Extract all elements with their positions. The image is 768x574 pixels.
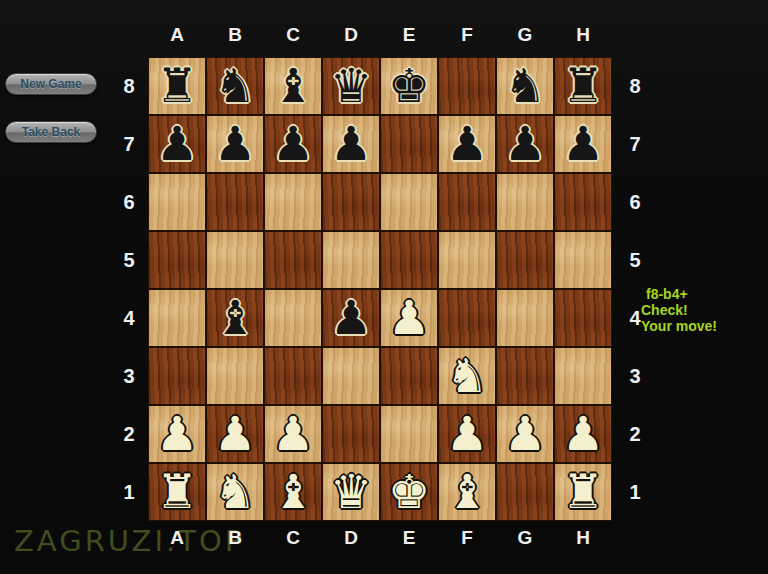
- white-rook-a1[interactable]: ♜: [149, 464, 205, 520]
- square-a4[interactable]: [149, 290, 205, 346]
- coord-label-6: 6: [622, 191, 648, 214]
- coord-label-B: B: [206, 527, 264, 549]
- white-bishop-f1[interactable]: ♝: [439, 464, 495, 520]
- coord-label-C: C: [264, 527, 322, 549]
- black-pawn-f7[interactable]: ♟: [439, 116, 495, 172]
- coord-label-8: 8: [116, 75, 142, 98]
- square-a8[interactable]: ♜: [149, 58, 205, 114]
- coord-label-H: H: [554, 527, 612, 549]
- square-f8[interactable]: [439, 58, 495, 114]
- square-d6[interactable]: [323, 174, 379, 230]
- square-g5[interactable]: [497, 232, 553, 288]
- check-text: Check!: [641, 302, 717, 318]
- white-rook-h1[interactable]: ♜: [555, 464, 611, 520]
- square-c1[interactable]: ♝: [265, 464, 321, 520]
- black-pawn-a7[interactable]: ♟: [149, 116, 205, 172]
- square-e2[interactable]: [381, 406, 437, 462]
- coord-label-7: 7: [116, 133, 142, 156]
- square-a5[interactable]: [149, 232, 205, 288]
- new-game-button[interactable]: New Game: [5, 73, 97, 95]
- white-pawn-f2[interactable]: ♟: [439, 406, 495, 462]
- square-d4[interactable]: ♟: [323, 290, 379, 346]
- black-queen-d8[interactable]: ♛: [323, 58, 379, 114]
- take-back-button[interactable]: Take Back: [5, 121, 97, 143]
- square-a3[interactable]: [149, 348, 205, 404]
- black-pawn-d7[interactable]: ♟: [323, 116, 379, 172]
- square-a1[interactable]: ♜: [149, 464, 205, 520]
- coord-label-8: 8: [622, 75, 648, 98]
- square-b4[interactable]: ♝: [207, 290, 263, 346]
- square-h1[interactable]: ♜: [555, 464, 611, 520]
- square-e7[interactable]: [381, 116, 437, 172]
- coord-label-A: A: [148, 24, 206, 46]
- last-move-text: f8-b4+: [641, 286, 717, 302]
- coord-label-G: G: [496, 24, 554, 46]
- square-g6[interactable]: [497, 174, 553, 230]
- square-e5[interactable]: [381, 232, 437, 288]
- coord-label-E: E: [380, 24, 438, 46]
- coord-label-2: 2: [116, 423, 142, 446]
- white-king-e1[interactable]: ♚: [381, 464, 437, 520]
- black-pawn-g7[interactable]: ♟: [497, 116, 553, 172]
- coord-label-3: 3: [116, 365, 142, 388]
- square-h3[interactable]: [555, 348, 611, 404]
- board[interactable]: ♜♞♝♛♚♞♜♟♟♟♟♟♟♟♝♟♟♞♟♟♟♟♟♟♜♞♝♛♚♝♜: [148, 57, 612, 521]
- white-pawn-c2[interactable]: ♟: [265, 406, 321, 462]
- black-bishop-b4[interactable]: ♝: [207, 290, 263, 346]
- square-e6[interactable]: [381, 174, 437, 230]
- square-c2[interactable]: ♟: [265, 406, 321, 462]
- coord-label-3: 3: [622, 365, 648, 388]
- coord-label-G: G: [496, 527, 554, 549]
- coord-label-2: 2: [622, 423, 648, 446]
- square-g2[interactable]: ♟: [497, 406, 553, 462]
- coord-label-5: 5: [116, 249, 142, 272]
- coord-label-5: 5: [622, 249, 648, 272]
- white-bishop-c1[interactable]: ♝: [265, 464, 321, 520]
- square-f7[interactable]: ♟: [439, 116, 495, 172]
- square-d8[interactable]: ♛: [323, 58, 379, 114]
- square-d1[interactable]: ♛: [323, 464, 379, 520]
- square-f4[interactable]: [439, 290, 495, 346]
- coord-label-4: 4: [116, 307, 142, 330]
- square-c4[interactable]: [265, 290, 321, 346]
- white-knight-f3[interactable]: ♞: [439, 348, 495, 404]
- square-g7[interactable]: ♟: [497, 116, 553, 172]
- black-knight-b8[interactable]: ♞: [207, 58, 263, 114]
- square-d5[interactable]: [323, 232, 379, 288]
- file-labels-bottom: ABCDEFGH: [148, 527, 612, 549]
- coord-label-C: C: [264, 24, 322, 46]
- square-f1[interactable]: ♝: [439, 464, 495, 520]
- coord-label-E: E: [380, 527, 438, 549]
- square-f5[interactable]: [439, 232, 495, 288]
- square-b7[interactable]: ♟: [207, 116, 263, 172]
- black-rook-a8[interactable]: ♜: [149, 58, 205, 114]
- white-pawn-a2[interactable]: ♟: [149, 406, 205, 462]
- square-e3[interactable]: [381, 348, 437, 404]
- coord-label-H: H: [554, 24, 612, 46]
- white-knight-b1[interactable]: ♞: [207, 464, 263, 520]
- black-rook-h8[interactable]: ♜: [555, 58, 611, 114]
- square-g4[interactable]: [497, 290, 553, 346]
- square-d3[interactable]: [323, 348, 379, 404]
- square-h4[interactable]: [555, 290, 611, 346]
- white-pawn-b2[interactable]: ♟: [207, 406, 263, 462]
- coord-label-1: 1: [116, 481, 142, 504]
- rank-labels-left: 87654321: [116, 57, 142, 521]
- square-d2[interactable]: [323, 406, 379, 462]
- black-pawn-b7[interactable]: ♟: [207, 116, 263, 172]
- square-h5[interactable]: [555, 232, 611, 288]
- coord-label-1: 1: [622, 481, 648, 504]
- coord-label-F: F: [438, 24, 496, 46]
- coord-label-D: D: [322, 24, 380, 46]
- file-labels-top: ABCDEFGH: [148, 24, 612, 46]
- coord-label-7: 7: [622, 133, 648, 156]
- square-a7[interactable]: ♟: [149, 116, 205, 172]
- white-pawn-h2[interactable]: ♟: [555, 406, 611, 462]
- white-pawn-e4[interactable]: ♟: [381, 290, 437, 346]
- square-c6[interactable]: [265, 174, 321, 230]
- square-a2[interactable]: ♟: [149, 406, 205, 462]
- square-g1[interactable]: [497, 464, 553, 520]
- square-g8[interactable]: ♞: [497, 58, 553, 114]
- square-b6[interactable]: [207, 174, 263, 230]
- coord-label-B: B: [206, 24, 264, 46]
- square-b2[interactable]: ♟: [207, 406, 263, 462]
- square-f3[interactable]: ♞: [439, 348, 495, 404]
- black-pawn-c7[interactable]: ♟: [265, 116, 321, 172]
- square-b5[interactable]: [207, 232, 263, 288]
- square-b3[interactable]: [207, 348, 263, 404]
- square-c7[interactable]: ♟: [265, 116, 321, 172]
- white-queen-d1[interactable]: ♛: [323, 464, 379, 520]
- square-h8[interactable]: ♜: [555, 58, 611, 114]
- square-f2[interactable]: ♟: [439, 406, 495, 462]
- black-pawn-h7[interactable]: ♟: [555, 116, 611, 172]
- square-e8[interactable]: ♚: [381, 58, 437, 114]
- coord-label-A: A: [148, 527, 206, 549]
- black-bishop-c8[interactable]: ♝: [265, 58, 321, 114]
- square-a6[interactable]: [149, 174, 205, 230]
- black-knight-g8[interactable]: ♞: [497, 58, 553, 114]
- square-e1[interactable]: ♚: [381, 464, 437, 520]
- square-b1[interactable]: ♞: [207, 464, 263, 520]
- white-pawn-g2[interactable]: ♟: [497, 406, 553, 462]
- coord-label-D: D: [322, 527, 380, 549]
- square-b8[interactable]: ♞: [207, 58, 263, 114]
- coord-label-F: F: [438, 527, 496, 549]
- square-d7[interactable]: ♟: [323, 116, 379, 172]
- square-g3[interactable]: [497, 348, 553, 404]
- square-h7[interactable]: ♟: [555, 116, 611, 172]
- status-message: f8-b4+ Check! Your move!: [641, 286, 717, 334]
- black-pawn-d4[interactable]: ♟: [323, 290, 379, 346]
- app-window: New Game Take Back ABCDEFGH 87654321 876…: [0, 0, 768, 574]
- square-c5[interactable]: [265, 232, 321, 288]
- your-move-text: Your move!: [641, 318, 717, 334]
- square-f6[interactable]: [439, 174, 495, 230]
- black-king-e8[interactable]: ♚: [381, 58, 437, 114]
- square-e4[interactable]: ♟: [381, 290, 437, 346]
- square-h2[interactable]: ♟: [555, 406, 611, 462]
- square-c3[interactable]: [265, 348, 321, 404]
- square-h6[interactable]: [555, 174, 611, 230]
- coord-label-6: 6: [116, 191, 142, 214]
- square-c8[interactable]: ♝: [265, 58, 321, 114]
